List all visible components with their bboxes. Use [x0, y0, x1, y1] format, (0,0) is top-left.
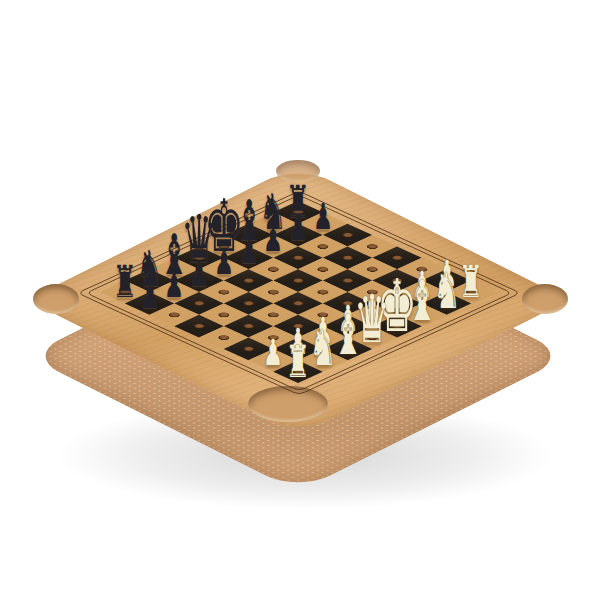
- piece-black-pawn-a7: ♟: [139, 278, 159, 314]
- pieces-layer: ♜♞♝♛♚♝♞♜♟♟♟♟♟♟♟♟♟♟♟♟♟♟♟♟♜♞♝♛♚♝♞♜: [0, 0, 610, 610]
- piece-black-rook-a8: ♜: [113, 260, 137, 304]
- piece-black-pawn-e7: ♟: [238, 233, 258, 269]
- piece-white-rook-h1: ♜: [459, 260, 483, 304]
- piece-black-pawn-d7: ♟: [214, 244, 234, 280]
- piece-white-knight-b1: ♞: [309, 323, 337, 373]
- piece-black-pawn-h7: ♟: [313, 199, 333, 235]
- piece-white-pawn-a2: ♟: [263, 335, 283, 371]
- piece-black-pawn-g7: ♟: [288, 210, 308, 246]
- piece-white-rook-a1: ♜: [286, 340, 310, 384]
- chess-set-photo: ♜♞♝♛♚♝♞♜♟♟♟♟♟♟♟♟♟♟♟♟♟♟♟♟♜♞♝♛♚♝♞♜: [0, 0, 610, 610]
- piece-black-pawn-c7: ♟: [189, 256, 209, 292]
- piece-black-pawn-f7: ♟: [263, 221, 283, 257]
- piece-black-pawn-b7: ♟: [164, 267, 184, 303]
